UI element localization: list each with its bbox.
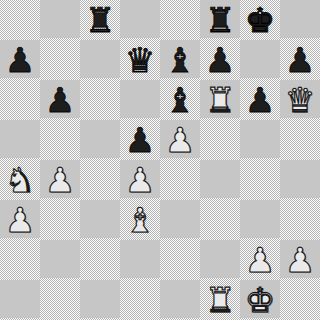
white-king[interactable]: ♚ <box>240 280 280 320</box>
white-pawn[interactable]: ♟ <box>280 240 320 280</box>
white-rook[interactable]: ♜ <box>200 80 240 120</box>
square-e8[interactable] <box>160 0 200 40</box>
square-a4[interactable]: ♞ <box>0 160 40 200</box>
square-c3[interactable] <box>80 200 120 240</box>
square-c4[interactable] <box>80 160 120 200</box>
square-g7[interactable] <box>240 40 280 80</box>
white-bishop[interactable]: ♝ <box>120 200 160 240</box>
square-b6[interactable]: ♟ <box>40 80 80 120</box>
square-f1[interactable]: ♜ <box>200 280 240 320</box>
white-pawn[interactable]: ♟ <box>40 160 80 200</box>
black-pawn[interactable]: ♟ <box>280 40 320 80</box>
square-b2[interactable] <box>40 240 80 280</box>
square-g5[interactable] <box>240 120 280 160</box>
square-h6[interactable]: ♛ <box>280 80 320 120</box>
square-a1[interactable] <box>0 280 40 320</box>
black-pawn[interactable]: ♟ <box>120 120 160 160</box>
square-e4[interactable] <box>160 160 200 200</box>
square-b3[interactable] <box>40 200 80 240</box>
black-pawn[interactable]: ♟ <box>40 80 80 120</box>
square-c7[interactable] <box>80 40 120 80</box>
square-a2[interactable] <box>0 240 40 280</box>
square-d2[interactable] <box>120 240 160 280</box>
square-c6[interactable] <box>80 80 120 120</box>
chess-board: ♜♜♚♟♛♝♟♟♟♝♜♟♛♟♟♞♟♟♟♝♟♟♜♚ <box>0 0 320 320</box>
square-c2[interactable] <box>80 240 120 280</box>
square-e6[interactable]: ♝ <box>160 80 200 120</box>
square-e3[interactable] <box>160 200 200 240</box>
square-f2[interactable] <box>200 240 240 280</box>
white-rook[interactable]: ♜ <box>200 280 240 320</box>
square-h7[interactable]: ♟ <box>280 40 320 80</box>
square-e5[interactable]: ♟ <box>160 120 200 160</box>
black-queen[interactable]: ♛ <box>120 40 160 80</box>
square-a8[interactable] <box>0 0 40 40</box>
square-c1[interactable] <box>80 280 120 320</box>
white-pawn[interactable]: ♟ <box>0 200 40 240</box>
square-d3[interactable]: ♝ <box>120 200 160 240</box>
square-d7[interactable]: ♛ <box>120 40 160 80</box>
square-a5[interactable] <box>0 120 40 160</box>
square-g4[interactable] <box>240 160 280 200</box>
black-bishop[interactable]: ♝ <box>160 80 200 120</box>
square-b8[interactable] <box>40 0 80 40</box>
square-b5[interactable] <box>40 120 80 160</box>
square-b7[interactable] <box>40 40 80 80</box>
square-g8[interactable]: ♚ <box>240 0 280 40</box>
square-h8[interactable] <box>280 0 320 40</box>
square-b1[interactable] <box>40 280 80 320</box>
square-e2[interactable] <box>160 240 200 280</box>
black-rook[interactable]: ♜ <box>80 0 120 40</box>
square-h1[interactable] <box>280 280 320 320</box>
square-f8[interactable]: ♜ <box>200 0 240 40</box>
black-king[interactable]: ♚ <box>240 0 280 40</box>
square-c5[interactable] <box>80 120 120 160</box>
white-pawn[interactable]: ♟ <box>160 120 200 160</box>
black-pawn[interactable]: ♟ <box>240 80 280 120</box>
square-f4[interactable] <box>200 160 240 200</box>
square-a3[interactable]: ♟ <box>0 200 40 240</box>
square-h3[interactable] <box>280 200 320 240</box>
square-d8[interactable] <box>120 0 160 40</box>
square-f6[interactable]: ♜ <box>200 80 240 120</box>
square-g6[interactable]: ♟ <box>240 80 280 120</box>
square-a6[interactable] <box>0 80 40 120</box>
square-b4[interactable]: ♟ <box>40 160 80 200</box>
square-e7[interactable]: ♝ <box>160 40 200 80</box>
square-c8[interactable]: ♜ <box>80 0 120 40</box>
white-pawn[interactable]: ♟ <box>240 240 280 280</box>
square-d4[interactable]: ♟ <box>120 160 160 200</box>
square-d5[interactable]: ♟ <box>120 120 160 160</box>
white-knight[interactable]: ♞ <box>0 160 40 200</box>
black-pawn[interactable]: ♟ <box>0 40 40 80</box>
square-d1[interactable] <box>120 280 160 320</box>
square-h4[interactable] <box>280 160 320 200</box>
square-g3[interactable] <box>240 200 280 240</box>
square-g2[interactable]: ♟ <box>240 240 280 280</box>
square-h5[interactable] <box>280 120 320 160</box>
white-pawn[interactable]: ♟ <box>120 160 160 200</box>
square-f7[interactable]: ♟ <box>200 40 240 80</box>
square-f5[interactable] <box>200 120 240 160</box>
square-e1[interactable] <box>160 280 200 320</box>
white-queen[interactable]: ♛ <box>280 80 320 120</box>
square-a7[interactable]: ♟ <box>0 40 40 80</box>
black-rook[interactable]: ♜ <box>200 0 240 40</box>
black-pawn[interactable]: ♟ <box>200 40 240 80</box>
black-bishop[interactable]: ♝ <box>160 40 200 80</box>
square-h2[interactable]: ♟ <box>280 240 320 280</box>
square-g1[interactable]: ♚ <box>240 280 280 320</box>
square-d6[interactable] <box>120 80 160 120</box>
square-f3[interactable] <box>200 200 240 240</box>
